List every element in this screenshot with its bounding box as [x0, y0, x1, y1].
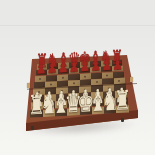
piece-red-pawn[interactable]: ♟ — [47, 60, 58, 76]
piece-red-pawn[interactable]: ♟ — [69, 58, 80, 74]
square-a7[interactable]: ♟ — [36, 69, 47, 75]
piece-red-pawn[interactable]: ♟ — [36, 60, 47, 76]
square-f7[interactable]: ♟ — [90, 66, 101, 72]
piece-red-pawn[interactable]: ♟ — [90, 57, 101, 73]
square-g7[interactable]: ♟ — [101, 66, 112, 72]
board-surface: ♜♞♝♛♚♝♞♜♟♟♟♟♟♟♟♟♟♟♟♟♟♟♟♟♜♞♝♛♚♝♞♜ — [0, 0, 155, 155]
square-d7[interactable]: ♟ — [69, 68, 80, 74]
photo-background: ♜♞♝♛♚♝♞♜♟♟♟♟♟♟♟♟♟♟♟♟♟♟♟♟♜♞♝♛♚♝♞♜ — [0, 0, 155, 155]
piece-red-pawn[interactable]: ♟ — [101, 57, 112, 73]
piece-ivory-rook[interactable]: ♜ — [114, 86, 131, 113]
clasp-right — [121, 118, 124, 122]
piece-red-pawn[interactable]: ♟ — [58, 59, 69, 75]
square-b7[interactable]: ♟ — [47, 69, 58, 75]
square-c7[interactable]: ♟ — [58, 68, 69, 74]
board-rank-1: ♜♞♝♛♚♝♞♜ — [30, 105, 129, 118]
square-h7[interactable]: ♟ — [112, 65, 123, 71]
chess-set: ♜♞♝♛♚♝♞♜♟♟♟♟♟♟♟♟♟♟♟♟♟♟♟♟♜♞♝♛♚♝♞♜ — [0, 0, 155, 155]
square-h1[interactable]: ♜ — [116, 105, 128, 113]
piece-red-pawn[interactable]: ♟ — [80, 58, 91, 74]
clasp-left — [31, 126, 34, 130]
piece-red-pawn[interactable]: ♟ — [112, 56, 123, 72]
square-e7[interactable]: ♟ — [79, 67, 90, 73]
